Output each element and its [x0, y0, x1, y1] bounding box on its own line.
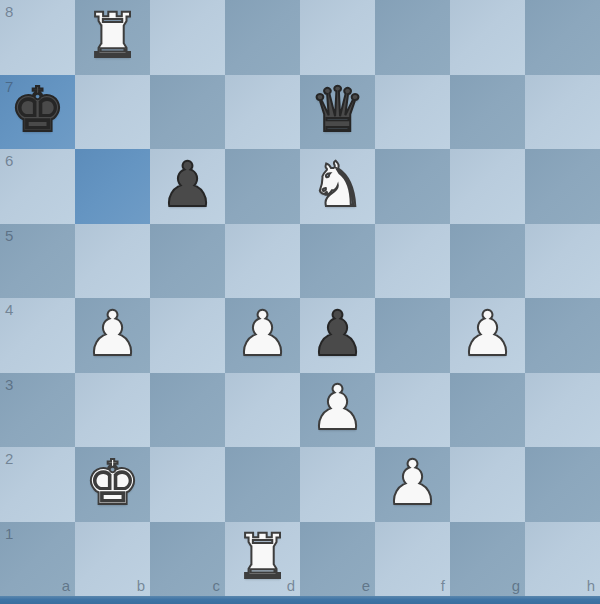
square-g1[interactable]: g	[450, 522, 525, 597]
square-b6[interactable]	[75, 149, 150, 224]
white-pawn[interactable]: ♟	[85, 303, 141, 368]
rank-label-5: 5	[5, 228, 13, 243]
square-g4[interactable]: ♟	[450, 298, 525, 373]
square-f1[interactable]: f	[375, 522, 450, 597]
file-label-a: a	[62, 578, 70, 593]
file-label-h: h	[587, 578, 595, 593]
black-king[interactable]: ♚	[10, 79, 66, 144]
rank-label-1: 1	[5, 526, 13, 541]
white-pawn[interactable]: ♟	[385, 452, 441, 517]
bottom-bar	[0, 596, 600, 604]
square-g5[interactable]	[450, 224, 525, 299]
square-g3[interactable]	[450, 373, 525, 448]
square-h6[interactable]	[525, 149, 600, 224]
rank-label-8: 8	[5, 4, 13, 19]
square-b8[interactable]: ♜	[75, 0, 150, 75]
square-e2[interactable]	[300, 447, 375, 522]
square-b7[interactable]	[75, 75, 150, 150]
rank-label-4: 4	[5, 302, 13, 317]
square-b5[interactable]	[75, 224, 150, 299]
square-c7[interactable]	[150, 75, 225, 150]
square-a8[interactable]: 8	[0, 0, 75, 75]
black-queen[interactable]: ♛	[310, 79, 366, 144]
square-d6[interactable]	[225, 149, 300, 224]
square-b3[interactable]	[75, 373, 150, 448]
file-label-c: c	[213, 578, 221, 593]
square-a2[interactable]: 2	[0, 447, 75, 522]
square-h4[interactable]	[525, 298, 600, 373]
chess-board: 8♜7♚♛6♟♞54♟♟♟♟3♟2♚♟1abcd♜efgh	[0, 0, 600, 596]
rank-label-7: 7	[5, 79, 13, 94]
square-h5[interactable]	[525, 224, 600, 299]
square-e7[interactable]: ♛	[300, 75, 375, 150]
black-pawn[interactable]: ♟	[160, 154, 216, 219]
square-a3[interactable]: 3	[0, 373, 75, 448]
square-d8[interactable]	[225, 0, 300, 75]
square-c8[interactable]	[150, 0, 225, 75]
square-c2[interactable]	[150, 447, 225, 522]
square-f2[interactable]: ♟	[375, 447, 450, 522]
square-d5[interactable]	[225, 224, 300, 299]
rank-label-3: 3	[5, 377, 13, 392]
square-g6[interactable]	[450, 149, 525, 224]
square-c5[interactable]	[150, 224, 225, 299]
file-label-b: b	[137, 578, 145, 593]
white-pawn[interactable]: ♟	[460, 303, 516, 368]
file-label-f: f	[441, 578, 445, 593]
square-c6[interactable]: ♟	[150, 149, 225, 224]
square-g2[interactable]	[450, 447, 525, 522]
file-label-g: g	[512, 578, 520, 593]
square-d3[interactable]	[225, 373, 300, 448]
square-e1[interactable]: e	[300, 522, 375, 597]
square-f4[interactable]	[375, 298, 450, 373]
black-pawn[interactable]: ♟	[310, 303, 366, 368]
square-g7[interactable]	[450, 75, 525, 150]
square-h3[interactable]	[525, 373, 600, 448]
square-f6[interactable]	[375, 149, 450, 224]
chess-app-screen: 8♜7♚♛6♟♞54♟♟♟♟3♟2♚♟1abcd♜efgh	[0, 0, 600, 604]
white-rook[interactable]: ♜	[85, 5, 141, 70]
square-a7[interactable]: 7♚	[0, 75, 75, 150]
square-a6[interactable]: 6	[0, 149, 75, 224]
file-label-d: d	[287, 578, 295, 593]
square-b1[interactable]: b	[75, 522, 150, 597]
square-f5[interactable]	[375, 224, 450, 299]
square-h7[interactable]	[525, 75, 600, 150]
square-c3[interactable]	[150, 373, 225, 448]
square-h1[interactable]: h	[525, 522, 600, 597]
square-c4[interactable]	[150, 298, 225, 373]
square-d7[interactable]	[225, 75, 300, 150]
square-f7[interactable]	[375, 75, 450, 150]
square-b2[interactable]: ♚	[75, 447, 150, 522]
square-a4[interactable]: 4	[0, 298, 75, 373]
square-b4[interactable]: ♟	[75, 298, 150, 373]
rank-label-6: 6	[5, 153, 13, 168]
square-e3[interactable]: ♟	[300, 373, 375, 448]
square-f3[interactable]	[375, 373, 450, 448]
white-pawn[interactable]: ♟	[310, 377, 366, 442]
square-f8[interactable]	[375, 0, 450, 75]
square-h8[interactable]	[525, 0, 600, 75]
square-d2[interactable]	[225, 447, 300, 522]
square-h2[interactable]	[525, 447, 600, 522]
square-a1[interactable]: 1a	[0, 522, 75, 597]
square-c1[interactable]: c	[150, 522, 225, 597]
square-a5[interactable]: 5	[0, 224, 75, 299]
file-label-e: e	[362, 578, 370, 593]
square-e5[interactable]	[300, 224, 375, 299]
square-e6[interactable]: ♞	[300, 149, 375, 224]
square-e8[interactable]	[300, 0, 375, 75]
square-d4[interactable]: ♟	[225, 298, 300, 373]
square-e4[interactable]: ♟	[300, 298, 375, 373]
rank-label-2: 2	[5, 451, 13, 466]
white-king[interactable]: ♚	[85, 452, 141, 517]
white-knight[interactable]: ♞	[310, 154, 366, 219]
square-d1[interactable]: d♜	[225, 522, 300, 597]
square-g8[interactable]	[450, 0, 525, 75]
white-pawn[interactable]: ♟	[235, 303, 291, 368]
white-rook[interactable]: ♜	[235, 526, 291, 591]
